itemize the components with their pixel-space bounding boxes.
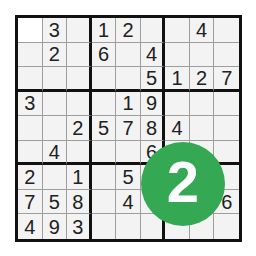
cell-r1c9[interactable]	[214, 18, 239, 43]
cell-r5c3[interactable]: 2	[67, 116, 92, 141]
sudoku-app: 31242645127319257844621575846493 2	[0, 0, 256, 256]
cell-r5c1[interactable]	[18, 116, 43, 141]
cell-r6c1[interactable]	[18, 141, 43, 166]
cell-r5c4[interactable]: 5	[92, 116, 117, 141]
cell-r3c4[interactable]	[92, 67, 117, 92]
cell-r2c2[interactable]: 2	[43, 43, 68, 68]
cell-r5c7[interactable]: 4	[165, 116, 190, 141]
cell-r7c4[interactable]	[92, 165, 117, 190]
cell-r7c1[interactable]: 2	[18, 165, 43, 190]
cell-r5c6[interactable]: 8	[141, 116, 166, 141]
cell-r2c3[interactable]	[67, 43, 92, 68]
cell-r5c8[interactable]	[190, 116, 215, 141]
cell-r9c2[interactable]: 9	[43, 214, 68, 239]
cell-r9c9[interactable]	[214, 214, 239, 239]
cell-r2c1[interactable]	[18, 43, 43, 68]
cell-r8c1[interactable]: 7	[18, 190, 43, 215]
cell-r9c4[interactable]	[92, 214, 117, 239]
cell-r3c1[interactable]	[18, 67, 43, 92]
cell-r1c8[interactable]: 4	[190, 18, 215, 43]
cell-r3c9[interactable]: 7	[214, 67, 239, 92]
cell-r1c2[interactable]: 3	[43, 18, 68, 43]
cell-r1c3[interactable]	[67, 18, 92, 43]
cell-r2c8[interactable]	[190, 43, 215, 68]
cell-r4c3[interactable]	[67, 92, 92, 117]
cell-r2c6[interactable]: 4	[141, 43, 166, 68]
cell-r9c3[interactable]: 3	[67, 214, 92, 239]
cell-r9c5[interactable]	[116, 214, 141, 239]
cell-r3c3[interactable]	[67, 67, 92, 92]
cell-r1c7[interactable]	[165, 18, 190, 43]
cell-r2c7[interactable]	[165, 43, 190, 68]
cell-r4c8[interactable]	[190, 92, 215, 117]
cell-r6c4[interactable]	[92, 141, 117, 166]
cell-r1c1[interactable]	[18, 18, 43, 43]
cell-r3c6[interactable]: 5	[141, 67, 166, 92]
cell-r3c7[interactable]: 1	[165, 67, 190, 92]
cell-r4c1[interactable]: 3	[18, 92, 43, 117]
cell-r2c5[interactable]	[116, 43, 141, 68]
cell-r4c9[interactable]	[214, 92, 239, 117]
cell-r2c9[interactable]	[214, 43, 239, 68]
count-badge-number: 2	[167, 153, 199, 211]
cell-r7c5[interactable]: 5	[116, 165, 141, 190]
cell-r1c4[interactable]: 1	[92, 18, 117, 43]
cell-r1c6[interactable]	[141, 18, 166, 43]
cell-r1c5[interactable]: 2	[116, 18, 141, 43]
cell-r2c4[interactable]: 6	[92, 43, 117, 68]
cell-r5c2[interactable]	[43, 116, 68, 141]
cell-r3c2[interactable]	[43, 67, 68, 92]
cell-r4c5[interactable]: 1	[116, 92, 141, 117]
cell-r5c9[interactable]	[214, 116, 239, 141]
cell-r4c6[interactable]: 9	[141, 92, 166, 117]
cell-r8c5[interactable]: 4	[116, 190, 141, 215]
cell-r4c7[interactable]	[165, 92, 190, 117]
cell-r5c5[interactable]: 7	[116, 116, 141, 141]
cell-r9c1[interactable]: 4	[18, 214, 43, 239]
cell-r7c2[interactable]	[43, 165, 68, 190]
cell-r8c2[interactable]: 5	[43, 190, 68, 215]
cell-r3c8[interactable]: 2	[190, 67, 215, 92]
cell-r6c3[interactable]	[67, 141, 92, 166]
cell-r6c5[interactable]	[116, 141, 141, 166]
count-badge: 2	[141, 142, 225, 226]
cell-r3c5[interactable]	[116, 67, 141, 92]
cell-r7c3[interactable]: 1	[67, 165, 92, 190]
cell-r4c4[interactable]	[92, 92, 117, 117]
cell-r6c2[interactable]: 4	[43, 141, 68, 166]
cell-r8c4[interactable]	[92, 190, 117, 215]
cell-r8c3[interactable]: 8	[67, 190, 92, 215]
cell-r4c2[interactable]	[43, 92, 68, 117]
